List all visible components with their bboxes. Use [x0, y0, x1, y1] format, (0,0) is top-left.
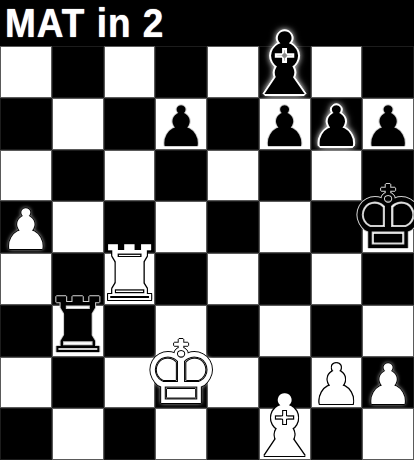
square-h7[interactable]: ♟ [362, 98, 414, 150]
square-f5[interactable] [259, 201, 311, 253]
white-king-d2[interactable]: ♚ [142, 329, 221, 417]
square-a7[interactable] [0, 98, 52, 150]
square-a5[interactable]: ♟ [0, 201, 52, 253]
black-pawn-d7[interactable]: ♟ [156, 99, 206, 155]
black-pawn-h7[interactable]: ♟ [363, 99, 413, 155]
square-e4[interactable] [207, 253, 259, 305]
square-h5[interactable]: ♚ [362, 201, 414, 253]
puzzle-title: MAT in 2 [5, 1, 164, 46]
square-c6[interactable] [104, 150, 156, 202]
chess-board[interactable]: ♝♟♟♟♟♟♚♜♜♚♟♟♝ [0, 46, 414, 460]
black-pawn-g7[interactable]: ♟ [311, 99, 361, 155]
square-e5[interactable] [207, 201, 259, 253]
square-b6[interactable] [52, 150, 104, 202]
square-b7[interactable] [52, 98, 104, 150]
square-d8[interactable] [155, 46, 207, 98]
square-f8[interactable]: ♝ [259, 46, 311, 98]
square-g7[interactable]: ♟ [311, 98, 363, 150]
black-pawn-f7[interactable]: ♟ [260, 99, 310, 155]
square-b3[interactable]: ♜ [52, 305, 104, 357]
square-c7[interactable] [104, 98, 156, 150]
square-a1[interactable] [0, 408, 52, 460]
black-king-h5[interactable]: ♚ [349, 174, 414, 262]
square-a6[interactable] [0, 150, 52, 202]
square-b1[interactable] [52, 408, 104, 460]
square-h2[interactable]: ♟ [362, 357, 414, 409]
square-f1[interactable]: ♝ [259, 408, 311, 460]
square-e6[interactable] [207, 150, 259, 202]
square-h8[interactable] [362, 46, 414, 98]
white-bishop-f1[interactable]: ♝ [246, 383, 323, 460]
black-rook-b3[interactable]: ♜ [44, 288, 112, 364]
square-d2[interactable]: ♚ [155, 357, 207, 409]
white-pawn-h2[interactable]: ♟ [363, 357, 413, 413]
white-pawn-a5[interactable]: ♟ [1, 202, 51, 258]
square-c8[interactable] [104, 46, 156, 98]
square-g3[interactable] [311, 305, 363, 357]
square-a8[interactable] [0, 46, 52, 98]
square-f3[interactable] [259, 305, 311, 357]
square-h3[interactable] [362, 305, 414, 357]
puzzle-image: MAT in 2 ♝♟♟♟♟♟♚♜♜♚♟♟♝ [0, 0, 414, 460]
square-f4[interactable] [259, 253, 311, 305]
square-d7[interactable]: ♟ [155, 98, 207, 150]
square-b8[interactable] [52, 46, 104, 98]
square-f7[interactable]: ♟ [259, 98, 311, 150]
